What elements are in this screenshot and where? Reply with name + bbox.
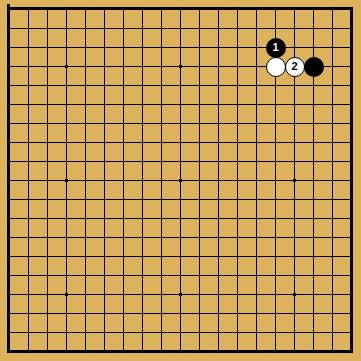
intersection bbox=[38, 304, 57, 323]
intersection bbox=[171, 190, 190, 209]
intersection bbox=[266, 228, 285, 247]
intersection bbox=[57, 228, 76, 247]
intersection bbox=[209, 38, 228, 57]
intersection bbox=[190, 190, 209, 209]
intersection bbox=[228, 285, 247, 304]
intersection bbox=[304, 171, 323, 190]
intersection bbox=[190, 76, 209, 95]
intersection bbox=[0, 342, 19, 361]
intersection bbox=[133, 228, 152, 247]
intersection bbox=[342, 228, 361, 247]
intersection bbox=[133, 171, 152, 190]
intersection bbox=[323, 95, 342, 114]
intersection bbox=[76, 76, 95, 95]
intersection bbox=[190, 95, 209, 114]
intersection bbox=[152, 304, 171, 323]
intersection bbox=[133, 95, 152, 114]
intersection bbox=[209, 19, 228, 38]
intersection bbox=[323, 209, 342, 228]
intersection bbox=[152, 76, 171, 95]
intersection bbox=[266, 133, 285, 152]
intersection bbox=[114, 0, 133, 19]
intersection bbox=[95, 152, 114, 171]
intersection bbox=[38, 152, 57, 171]
intersection bbox=[19, 95, 38, 114]
intersection bbox=[133, 323, 152, 342]
intersection bbox=[95, 19, 114, 38]
intersection bbox=[114, 247, 133, 266]
intersection bbox=[57, 0, 76, 19]
intersection bbox=[190, 19, 209, 38]
intersection bbox=[171, 38, 190, 57]
intersection bbox=[57, 247, 76, 266]
intersection bbox=[152, 190, 171, 209]
intersection bbox=[133, 0, 152, 19]
intersection bbox=[323, 247, 342, 266]
intersection bbox=[76, 228, 95, 247]
intersection bbox=[266, 209, 285, 228]
intersection bbox=[323, 38, 342, 57]
intersection bbox=[0, 266, 19, 285]
intersection bbox=[19, 266, 38, 285]
intersection bbox=[285, 247, 304, 266]
intersection bbox=[38, 190, 57, 209]
board-border-tick bbox=[7, 4, 10, 10]
intersection bbox=[228, 0, 247, 19]
intersection bbox=[323, 323, 342, 342]
intersection bbox=[95, 285, 114, 304]
intersection bbox=[133, 38, 152, 57]
intersection bbox=[171, 342, 190, 361]
intersection bbox=[304, 209, 323, 228]
intersection bbox=[190, 228, 209, 247]
intersection bbox=[228, 228, 247, 247]
intersection bbox=[190, 0, 209, 19]
intersection bbox=[190, 114, 209, 133]
intersection bbox=[0, 323, 19, 342]
intersection bbox=[133, 304, 152, 323]
intersection bbox=[266, 266, 285, 285]
intersection bbox=[95, 247, 114, 266]
intersection bbox=[247, 152, 266, 171]
intersection bbox=[209, 57, 228, 76]
intersection bbox=[266, 304, 285, 323]
intersection bbox=[19, 133, 38, 152]
intersection bbox=[304, 247, 323, 266]
intersection bbox=[342, 171, 361, 190]
intersection bbox=[19, 323, 38, 342]
intersection bbox=[304, 95, 323, 114]
intersection bbox=[152, 38, 171, 57]
intersection bbox=[95, 76, 114, 95]
intersection bbox=[323, 190, 342, 209]
intersection bbox=[95, 95, 114, 114]
intersection bbox=[38, 228, 57, 247]
intersection bbox=[19, 19, 38, 38]
intersection bbox=[95, 57, 114, 76]
intersection bbox=[247, 228, 266, 247]
intersection bbox=[38, 0, 57, 19]
intersection bbox=[228, 152, 247, 171]
intersection bbox=[114, 304, 133, 323]
intersection bbox=[19, 228, 38, 247]
intersection bbox=[209, 228, 228, 247]
intersection bbox=[342, 0, 361, 19]
intersection bbox=[247, 114, 266, 133]
intersection bbox=[323, 57, 342, 76]
intersection bbox=[247, 76, 266, 95]
intersection bbox=[266, 285, 285, 304]
intersection bbox=[285, 38, 304, 57]
intersection bbox=[152, 342, 171, 361]
intersection bbox=[114, 171, 133, 190]
intersection bbox=[304, 19, 323, 38]
intersection bbox=[76, 114, 95, 133]
intersection bbox=[95, 266, 114, 285]
intersection bbox=[209, 95, 228, 114]
intersection bbox=[0, 209, 19, 228]
intersection bbox=[19, 190, 38, 209]
intersection bbox=[304, 228, 323, 247]
intersection bbox=[152, 133, 171, 152]
intersection bbox=[323, 304, 342, 323]
intersection bbox=[342, 19, 361, 38]
intersection bbox=[76, 133, 95, 152]
intersection bbox=[266, 247, 285, 266]
intersection bbox=[209, 0, 228, 19]
intersection bbox=[76, 38, 95, 57]
intersection bbox=[152, 323, 171, 342]
intersection bbox=[247, 133, 266, 152]
intersection bbox=[114, 285, 133, 304]
intersection bbox=[19, 152, 38, 171]
intersection bbox=[19, 76, 38, 95]
intersection bbox=[57, 133, 76, 152]
intersection bbox=[133, 57, 152, 76]
intersection bbox=[19, 114, 38, 133]
intersection bbox=[323, 285, 342, 304]
intersection bbox=[228, 38, 247, 57]
intersection bbox=[209, 323, 228, 342]
intersection bbox=[171, 133, 190, 152]
intersection bbox=[133, 247, 152, 266]
intersection bbox=[76, 266, 95, 285]
intersection bbox=[95, 114, 114, 133]
intersection bbox=[57, 152, 76, 171]
intersection bbox=[304, 152, 323, 171]
intersection bbox=[266, 190, 285, 209]
intersection bbox=[342, 38, 361, 57]
intersection bbox=[342, 114, 361, 133]
intersection bbox=[190, 266, 209, 285]
intersection bbox=[285, 95, 304, 114]
intersection bbox=[133, 342, 152, 361]
intersection bbox=[190, 38, 209, 57]
intersection bbox=[304, 0, 323, 19]
star-point bbox=[57, 171, 76, 190]
intersection bbox=[228, 266, 247, 285]
intersection bbox=[285, 209, 304, 228]
intersection bbox=[342, 209, 361, 228]
intersection bbox=[247, 95, 266, 114]
intersection bbox=[285, 304, 304, 323]
move-number: 2 bbox=[291, 61, 297, 72]
intersection bbox=[171, 19, 190, 38]
intersection bbox=[209, 133, 228, 152]
intersection bbox=[19, 38, 38, 57]
intersection bbox=[19, 247, 38, 266]
intersection bbox=[247, 342, 266, 361]
intersection bbox=[171, 209, 190, 228]
star-point bbox=[171, 285, 190, 304]
intersection bbox=[0, 38, 19, 57]
intersection bbox=[171, 247, 190, 266]
intersection bbox=[342, 342, 361, 361]
intersection bbox=[0, 133, 19, 152]
intersection bbox=[114, 76, 133, 95]
intersection bbox=[190, 342, 209, 361]
stone-white-p16 bbox=[266, 57, 286, 77]
intersection bbox=[76, 323, 95, 342]
intersection bbox=[266, 323, 285, 342]
stone-black-p17: 1 bbox=[266, 38, 286, 58]
intersection bbox=[171, 76, 190, 95]
intersection bbox=[228, 304, 247, 323]
stone-black-r16 bbox=[304, 57, 324, 77]
intersection bbox=[114, 190, 133, 209]
intersection: 1 bbox=[266, 38, 285, 57]
intersection bbox=[38, 57, 57, 76]
intersection bbox=[114, 133, 133, 152]
intersection bbox=[133, 152, 152, 171]
intersection bbox=[323, 342, 342, 361]
intersection bbox=[247, 304, 266, 323]
intersection bbox=[76, 152, 95, 171]
intersection bbox=[76, 171, 95, 190]
intersection bbox=[95, 38, 114, 57]
intersection bbox=[95, 0, 114, 19]
intersection bbox=[342, 304, 361, 323]
intersection bbox=[152, 209, 171, 228]
intersection bbox=[38, 76, 57, 95]
intersection bbox=[304, 285, 323, 304]
intersection bbox=[76, 19, 95, 38]
intersection bbox=[209, 266, 228, 285]
intersection bbox=[57, 190, 76, 209]
intersection bbox=[0, 171, 19, 190]
intersection bbox=[342, 76, 361, 95]
intersection bbox=[304, 304, 323, 323]
intersection bbox=[342, 95, 361, 114]
intersection bbox=[57, 304, 76, 323]
intersection bbox=[190, 57, 209, 76]
intersection bbox=[285, 342, 304, 361]
intersection bbox=[342, 247, 361, 266]
intersection bbox=[342, 133, 361, 152]
intersection bbox=[228, 133, 247, 152]
intersection bbox=[0, 228, 19, 247]
intersection bbox=[323, 152, 342, 171]
intersection bbox=[95, 190, 114, 209]
intersection bbox=[266, 95, 285, 114]
intersection bbox=[342, 323, 361, 342]
intersection bbox=[133, 133, 152, 152]
intersection bbox=[209, 342, 228, 361]
intersection bbox=[342, 57, 361, 76]
intersection bbox=[247, 19, 266, 38]
move-number: 1 bbox=[272, 42, 278, 53]
intersection bbox=[323, 19, 342, 38]
intersection bbox=[38, 323, 57, 342]
intersection bbox=[152, 19, 171, 38]
intersection bbox=[228, 171, 247, 190]
intersection bbox=[0, 114, 19, 133]
intersection bbox=[38, 95, 57, 114]
board-grid: 12 bbox=[0, 0, 361, 361]
intersection bbox=[133, 266, 152, 285]
intersection bbox=[228, 19, 247, 38]
intersection bbox=[76, 247, 95, 266]
intersection bbox=[190, 247, 209, 266]
intersection bbox=[76, 342, 95, 361]
intersection bbox=[0, 76, 19, 95]
intersection bbox=[38, 38, 57, 57]
intersection bbox=[95, 342, 114, 361]
intersection bbox=[304, 190, 323, 209]
intersection bbox=[0, 247, 19, 266]
intersection bbox=[285, 266, 304, 285]
intersection bbox=[285, 19, 304, 38]
intersection bbox=[228, 342, 247, 361]
intersection bbox=[190, 304, 209, 323]
intersection bbox=[152, 152, 171, 171]
intersection bbox=[133, 209, 152, 228]
intersection bbox=[285, 152, 304, 171]
intersection bbox=[285, 133, 304, 152]
intersection bbox=[209, 152, 228, 171]
intersection bbox=[228, 57, 247, 76]
intersection bbox=[190, 171, 209, 190]
intersection bbox=[323, 171, 342, 190]
intersection bbox=[247, 209, 266, 228]
intersection bbox=[266, 342, 285, 361]
intersection bbox=[247, 323, 266, 342]
intersection bbox=[228, 76, 247, 95]
intersection bbox=[285, 114, 304, 133]
intersection bbox=[323, 228, 342, 247]
intersection bbox=[266, 152, 285, 171]
intersection bbox=[171, 0, 190, 19]
intersection bbox=[152, 228, 171, 247]
intersection bbox=[76, 95, 95, 114]
intersection bbox=[0, 304, 19, 323]
intersection bbox=[95, 171, 114, 190]
intersection bbox=[209, 209, 228, 228]
intersection bbox=[133, 190, 152, 209]
intersection bbox=[114, 209, 133, 228]
star-point bbox=[285, 171, 304, 190]
intersection bbox=[114, 152, 133, 171]
intersection bbox=[133, 76, 152, 95]
intersection bbox=[304, 266, 323, 285]
intersection bbox=[95, 228, 114, 247]
intersection bbox=[0, 190, 19, 209]
intersection bbox=[114, 323, 133, 342]
intersection bbox=[342, 266, 361, 285]
star-point bbox=[57, 57, 76, 76]
intersection bbox=[114, 114, 133, 133]
intersection bbox=[38, 133, 57, 152]
intersection bbox=[228, 209, 247, 228]
intersection bbox=[95, 323, 114, 342]
intersection bbox=[323, 76, 342, 95]
intersection bbox=[152, 266, 171, 285]
intersection bbox=[133, 114, 152, 133]
intersection bbox=[152, 171, 171, 190]
intersection bbox=[95, 304, 114, 323]
intersection bbox=[114, 19, 133, 38]
intersection bbox=[152, 57, 171, 76]
intersection bbox=[76, 190, 95, 209]
intersection bbox=[19, 342, 38, 361]
star-point bbox=[57, 285, 76, 304]
intersection bbox=[285, 190, 304, 209]
intersection bbox=[57, 323, 76, 342]
intersection bbox=[114, 266, 133, 285]
intersection bbox=[342, 285, 361, 304]
intersection bbox=[76, 57, 95, 76]
intersection bbox=[19, 171, 38, 190]
intersection bbox=[304, 133, 323, 152]
intersection bbox=[266, 114, 285, 133]
intersection bbox=[38, 19, 57, 38]
intersection bbox=[95, 133, 114, 152]
intersection bbox=[57, 342, 76, 361]
intersection bbox=[342, 190, 361, 209]
intersection bbox=[152, 247, 171, 266]
intersection bbox=[228, 247, 247, 266]
intersection bbox=[19, 0, 38, 19]
intersection bbox=[76, 285, 95, 304]
intersection bbox=[342, 152, 361, 171]
intersection bbox=[247, 38, 266, 57]
intersection bbox=[323, 0, 342, 19]
intersection bbox=[304, 76, 323, 95]
intersection bbox=[133, 19, 152, 38]
intersection bbox=[171, 304, 190, 323]
intersection bbox=[76, 209, 95, 228]
intersection bbox=[266, 57, 285, 76]
intersection bbox=[38, 247, 57, 266]
intersection bbox=[19, 57, 38, 76]
intersection bbox=[0, 19, 19, 38]
intersection bbox=[171, 323, 190, 342]
intersection bbox=[114, 57, 133, 76]
intersection bbox=[247, 171, 266, 190]
intersection bbox=[19, 304, 38, 323]
intersection bbox=[266, 76, 285, 95]
intersection bbox=[228, 114, 247, 133]
intersection bbox=[247, 285, 266, 304]
intersection bbox=[209, 114, 228, 133]
intersection bbox=[38, 266, 57, 285]
intersection bbox=[171, 152, 190, 171]
intersection bbox=[38, 114, 57, 133]
intersection bbox=[266, 171, 285, 190]
intersection bbox=[285, 228, 304, 247]
intersection bbox=[228, 323, 247, 342]
intersection bbox=[247, 0, 266, 19]
